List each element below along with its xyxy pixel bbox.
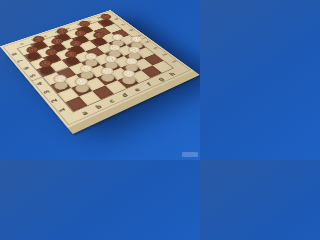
black-man-a5[interactable]	[38, 65, 55, 76]
pieces-layer	[0, 10, 194, 128]
board-scene: abcdefgh8877665544332211abcdefgh	[0, 10, 194, 128]
white-man-e1[interactable]	[119, 75, 137, 86]
white-man-d2[interactable]	[98, 72, 116, 83]
black-man-a7[interactable]	[25, 52, 41, 62]
black-man-c5[interactable]	[63, 56, 80, 66]
watermark	[182, 152, 198, 157]
white-man-a3[interactable]	[52, 80, 70, 92]
checkers-board: abcdefgh8877665544332211abcdefgh	[0, 10, 194, 128]
white-man-b2[interactable]	[73, 83, 91, 95]
black-man-f6[interactable]	[91, 37, 107, 46]
table-surface: { "game": "checkers", "variant": "Russia…	[0, 0, 200, 160]
piece-top	[91, 31, 107, 40]
